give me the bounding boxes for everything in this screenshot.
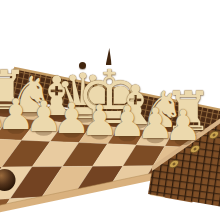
piece-shadow [152,124,172,132]
piece-shadow [91,131,108,139]
chess-set-photo: ♜♞♝♛♚♝♞♟♟♜♟♟♟♟♟♟ [0,0,220,220]
piece-shadow [119,133,136,141]
piece-shadow [63,130,80,138]
piece-shadow [20,109,40,117]
piece-shadow [125,121,147,129]
piece-shadow [177,127,199,135]
piece-shadow [71,115,96,123]
piece-shadow [46,112,68,120]
piece-shadow [147,135,164,143]
piece-shadow [175,137,192,145]
piece-shadow [35,128,52,136]
chess-board [0,0,220,220]
piece-shadow [7,126,24,134]
piece-shadow [94,118,124,126]
